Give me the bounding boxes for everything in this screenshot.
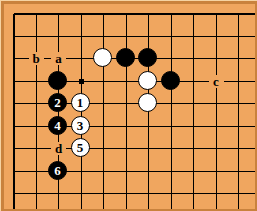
black-stone-move-2: 2 [48,93,67,112]
black-stone [161,71,180,90]
white-stone-move-5: 5 [71,138,90,157]
black-stone-move-6: 6 [48,161,67,180]
white-stone-move-3: 3 [71,116,90,135]
white-stone [138,93,157,112]
black-stone-move-4: 4 [48,116,67,135]
white-stone [93,48,112,67]
go-diagram: bacd123456 [0,0,257,211]
point-label-c: c [209,75,224,88]
go-board: bacd123456 [4,4,255,209]
black-stone [138,48,157,67]
point-label-d: d [51,142,66,155]
point-label-a: a [51,52,66,65]
black-stone [116,48,135,67]
black-stone [48,71,67,90]
white-stone [138,71,157,90]
white-stone-move-1: 1 [71,93,90,112]
point-label-b: b [29,52,44,65]
board-grid-lines [4,4,255,209]
star-point [79,79,84,84]
